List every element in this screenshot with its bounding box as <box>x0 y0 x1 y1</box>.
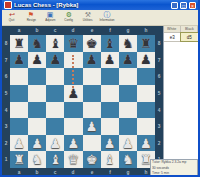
white-pawn: ♟ <box>49 137 61 150</box>
coordinate-label: a <box>12 169 27 176</box>
moves-table: WhiteBlacke3d5 <box>164 26 198 42</box>
coordinate-label: c <box>48 169 63 176</box>
coordinate-label: d <box>66 169 81 176</box>
white-bishop: ♝ <box>49 153 61 166</box>
square-f5[interactable] <box>101 85 119 102</box>
square-h3[interactable] <box>137 118 155 135</box>
coordinate-label: 7 <box>3 53 9 66</box>
minimize-button[interactable]: _ <box>171 2 178 9</box>
coordinate-label: 3 <box>156 120 162 133</box>
square-d4[interactable] <box>64 102 82 119</box>
square-g5[interactable] <box>119 85 137 102</box>
toolbar-label: Adjourn <box>45 19 55 22</box>
coordinate-label: 3 <box>3 120 9 133</box>
square-a5[interactable] <box>10 85 28 102</box>
info-line: 30 seconds <box>152 167 176 170</box>
square-b2[interactable]: ♟ <box>28 135 46 152</box>
black-rook: ♜ <box>13 37 25 50</box>
white-pawn: ♟ <box>122 137 134 150</box>
coordinate-label: g <box>121 27 136 34</box>
square-h5[interactable] <box>137 85 155 102</box>
square-g2[interactable]: ♟ <box>119 135 137 152</box>
utilities-button[interactable]: ⚒Utilities <box>80 11 96 24</box>
black-pawn: ♟ <box>68 87 80 100</box>
coordinate-label: b <box>30 169 45 176</box>
coordinate-label <box>3 169 9 176</box>
black-pawn: ♟ <box>49 53 61 66</box>
square-h8[interactable]: ♜ <box>137 35 155 52</box>
last-move-indicator <box>72 55 74 88</box>
white-knight: ♞ <box>31 153 43 166</box>
coordinate-label: 2 <box>156 136 162 149</box>
black-king: ♚ <box>86 37 98 50</box>
square-f6[interactable] <box>101 68 119 85</box>
coordinate-label: d <box>66 27 81 34</box>
square-e1[interactable]: ♚ <box>83 151 101 168</box>
white-pawn: ♟ <box>13 137 25 150</box>
coordinate-label: 4 <box>156 103 162 116</box>
square-e6[interactable] <box>83 68 101 85</box>
coordinate-label <box>156 27 162 34</box>
square-f8[interactable]: ♝ <box>101 35 119 52</box>
white-king: ♚ <box>86 153 98 166</box>
white-knight: ♞ <box>122 153 134 166</box>
square-f2[interactable]: ♟ <box>101 135 119 152</box>
square-a1[interactable]: ♜ <box>10 151 28 168</box>
square-e5[interactable] <box>83 85 101 102</box>
toolbar-label: Config <box>65 19 74 22</box>
coordinate-label: e <box>84 27 99 34</box>
quit-button[interactable]: ↩Quit <box>4 11 20 24</box>
coordinate-label: f <box>102 27 117 34</box>
black-pawn: ♟ <box>13 53 25 66</box>
black-bishop: ♝ <box>49 37 61 50</box>
white-bishop: ♝ <box>104 153 116 166</box>
square-f3[interactable] <box>101 118 119 135</box>
info-line: Tutor: Rybka 2.3.2a mp <box>152 161 176 164</box>
chess-board: abcdefgh8♜♞♝♛♚♝♞♜87♟♟♟♟♟♟♟7665♟5443♟32♟♟… <box>2 26 163 177</box>
coordinate-label: 2 <box>3 136 9 149</box>
square-a8[interactable]: ♜ <box>10 35 28 52</box>
square-g1[interactable]: ♞ <box>119 151 137 168</box>
black-pawn: ♟ <box>104 53 116 66</box>
toolbar-label: Quit <box>9 19 15 22</box>
square-a4[interactable] <box>10 102 28 119</box>
toolbar-label: Information <box>100 19 115 22</box>
white-rook: ♜ <box>13 153 25 166</box>
square-b8[interactable]: ♞ <box>28 35 46 52</box>
square-h7[interactable]: ♟ <box>137 52 155 69</box>
square-b1[interactable]: ♞ <box>28 151 46 168</box>
square-d1[interactable]: ♛ <box>64 151 82 168</box>
coordinate-label: c <box>48 27 63 34</box>
square-c3[interactable] <box>46 118 64 135</box>
black-queen: ♛ <box>68 37 80 50</box>
toolbar: ↩Quit⚑Resign▣Adjourn⚙Config⚒UtilitiesⓘIn… <box>2 10 198 26</box>
coordinate-label: g <box>121 169 136 176</box>
square-h2[interactable]: ♟ <box>137 135 155 152</box>
square-g4[interactable] <box>119 102 137 119</box>
square-e8[interactable]: ♚ <box>83 35 101 52</box>
coordinate-label: 6 <box>156 70 162 83</box>
black-pawn: ♟ <box>122 53 134 66</box>
coordinate-label: e <box>84 169 99 176</box>
black-rook: ♜ <box>140 37 152 50</box>
square-e4[interactable] <box>83 102 101 119</box>
game-info-box: Tutor: Rybka 2.3.2a mp30 secondsTime: 5 … <box>150 159 198 177</box>
square-c2[interactable]: ♟ <box>46 135 64 152</box>
white-pawn: ♟ <box>86 120 98 133</box>
square-e2[interactable] <box>83 135 101 152</box>
square-e3[interactable]: ♟ <box>83 118 101 135</box>
square-g6[interactable] <box>119 68 137 85</box>
coordinate-label: f <box>102 169 117 176</box>
coordinate-label: 1 <box>3 153 9 166</box>
square-c4[interactable] <box>46 102 64 119</box>
square-g7[interactable]: ♟ <box>119 52 137 69</box>
square-b4[interactable] <box>28 102 46 119</box>
coordinate-label: 6 <box>3 70 9 83</box>
square-g8[interactable]: ♞ <box>119 35 137 52</box>
toolbar-label: Resign <box>26 19 35 22</box>
square-e7[interactable]: ♟ <box>83 52 101 69</box>
square-c8[interactable]: ♝ <box>46 35 64 52</box>
moves-header: Black <box>181 26 198 33</box>
square-b6[interactable] <box>28 68 46 85</box>
white-pawn: ♟ <box>104 137 116 150</box>
white-pawn: ♟ <box>31 137 43 150</box>
square-c7[interactable]: ♟ <box>46 52 64 69</box>
square-d3[interactable] <box>64 118 82 135</box>
black-knight: ♞ <box>122 37 134 50</box>
black-bishop: ♝ <box>104 37 116 50</box>
app-icon <box>4 1 12 9</box>
coordinate-label: 8 <box>3 37 9 50</box>
square-b3[interactable] <box>28 118 46 135</box>
square-a3[interactable] <box>10 118 28 135</box>
move-cell[interactable]: d5 <box>181 33 198 41</box>
black-knight: ♞ <box>31 37 43 50</box>
close-button[interactable]: × <box>189 2 196 9</box>
move-cell[interactable]: e3 <box>164 33 181 41</box>
maximize-button[interactable]: □ <box>180 2 187 9</box>
config-button[interactable]: ⚙Config <box>61 11 77 24</box>
app-window: Lucas Chess - [Rybka] _ □ × ↩Quit⚑Resign… <box>0 0 200 177</box>
coordinate-label <box>3 27 9 34</box>
coordinate-label: 7 <box>156 53 162 66</box>
information-button[interactable]: ⓘInformation <box>99 11 115 24</box>
white-queen: ♛ <box>68 153 80 166</box>
toolbar-label: Utilities <box>83 19 93 22</box>
square-b5[interactable] <box>28 85 46 102</box>
square-g3[interactable] <box>119 118 137 135</box>
moves-panel: WhiteBlacke3d5 Tutor: Rybka 2.3.2a mp30 … <box>163 26 198 177</box>
adjourn-button[interactable]: ▣Adjourn <box>42 11 58 24</box>
square-f4[interactable] <box>101 102 119 119</box>
info-line: Time: 5 min <box>152 172 176 175</box>
coordinate-label: h <box>139 27 154 34</box>
resign-button[interactable]: ⚑Resign <box>23 11 39 24</box>
moves-header: White <box>164 26 181 33</box>
main-content: abcdefgh8♜♞♝♛♚♝♞♜87♟♟♟♟♟♟♟7665♟5443♟32♟♟… <box>2 26 198 177</box>
coordinate-label: a <box>12 27 27 34</box>
black-pawn: ♟ <box>140 53 152 66</box>
square-d2[interactable]: ♟ <box>64 135 82 152</box>
square-c5[interactable] <box>46 85 64 102</box>
square-h4[interactable] <box>137 102 155 119</box>
coordinate-label: 5 <box>3 87 9 100</box>
white-pawn: ♟ <box>140 137 152 150</box>
window-title: Lucas Chess - [Rybka] <box>14 2 169 8</box>
square-b7[interactable]: ♟ <box>28 52 46 69</box>
white-pawn: ♟ <box>68 137 80 150</box>
square-h6[interactable] <box>137 68 155 85</box>
coordinate-label: 8 <box>156 37 162 50</box>
coordinate-label: 5 <box>156 87 162 100</box>
square-c1[interactable]: ♝ <box>46 151 64 168</box>
square-a2[interactable]: ♟ <box>10 135 28 152</box>
square-a7[interactable]: ♟ <box>10 52 28 69</box>
black-pawn: ♟ <box>31 53 43 66</box>
square-d8[interactable]: ♛ <box>64 35 82 52</box>
square-c6[interactable] <box>46 68 64 85</box>
coordinate-label: b <box>30 27 45 34</box>
title-bar: Lucas Chess - [Rybka] _ □ × <box>2 0 198 10</box>
black-pawn: ♟ <box>86 53 98 66</box>
square-f1[interactable]: ♝ <box>101 151 119 168</box>
square-f7[interactable]: ♟ <box>101 52 119 69</box>
square-a6[interactable] <box>10 68 28 85</box>
coordinate-label: 4 <box>3 103 9 116</box>
